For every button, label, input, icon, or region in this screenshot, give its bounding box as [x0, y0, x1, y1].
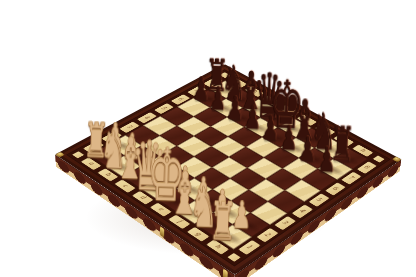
piece-black-pawn[interactable]: ♟: [279, 124, 298, 153]
piece-black-pawn[interactable]: ♟: [298, 135, 317, 165]
piece-black-pawn[interactable]: ♟: [192, 76, 210, 104]
piece-black-pawn[interactable]: ♟: [243, 104, 261, 133]
piece-black-pawn[interactable]: ♟: [209, 85, 227, 113]
product-photo-scene: Wooden folding chess set with hand-carve…: [0, 0, 416, 277]
piece-black-pawn[interactable]: ♟: [317, 145, 336, 175]
piece-black-pawn[interactable]: ♟: [261, 114, 279, 143]
frame-corner: [368, 153, 389, 166]
piece-black-pawn[interactable]: ♟: [226, 94, 244, 123]
brass-clasp-icon: [160, 226, 164, 238]
piece-white-rook[interactable]: ♜: [209, 199, 238, 244]
